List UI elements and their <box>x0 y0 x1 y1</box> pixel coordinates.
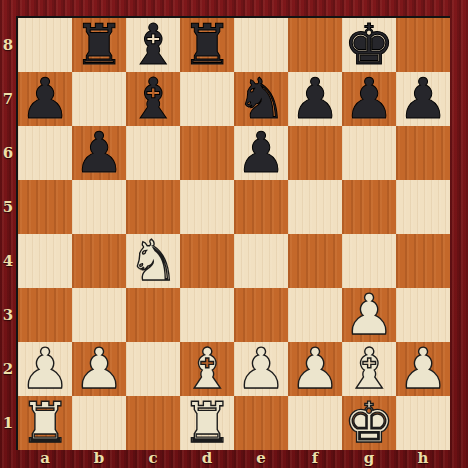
square-e8[interactable] <box>234 18 288 72</box>
square-d6[interactable] <box>180 126 234 180</box>
square-c7[interactable]: ♝ <box>126 72 180 126</box>
rank-label-8: 8 <box>0 18 16 72</box>
chess-board: ♜♝♜♚♟♝♞♟♟♟♟♟♞♟♟♟♝♟♟♝♟♜♜♚ <box>16 16 450 450</box>
piece-white-knight-c4[interactable]: ♞ <box>126 234 180 288</box>
piece-black-bishop-c7[interactable]: ♝ <box>126 72 180 126</box>
square-b2[interactable]: ♟ <box>72 342 126 396</box>
square-f2[interactable]: ♟ <box>288 342 342 396</box>
file-label-d: d <box>180 450 234 468</box>
file-label-e: e <box>234 450 288 468</box>
piece-black-rook-b8[interactable]: ♜ <box>72 18 126 72</box>
piece-white-rook-a1[interactable]: ♜ <box>18 396 72 450</box>
square-d1[interactable]: ♜ <box>180 396 234 450</box>
square-g4[interactable] <box>342 234 396 288</box>
square-h4[interactable] <box>396 234 450 288</box>
square-a4[interactable] <box>18 234 72 288</box>
piece-white-pawn-a2[interactable]: ♟ <box>18 342 72 396</box>
piece-white-rook-d1[interactable]: ♜ <box>180 396 234 450</box>
square-a8[interactable] <box>18 18 72 72</box>
piece-white-pawn-e2[interactable]: ♟ <box>234 342 288 396</box>
square-e3[interactable] <box>234 288 288 342</box>
rank-label-3: 3 <box>0 288 16 342</box>
rank-label-6: 6 <box>0 126 16 180</box>
piece-black-bishop-c8[interactable]: ♝ <box>126 18 180 72</box>
square-h6[interactable] <box>396 126 450 180</box>
square-c6[interactable] <box>126 126 180 180</box>
square-e2[interactable]: ♟ <box>234 342 288 396</box>
square-e6[interactable]: ♟ <box>234 126 288 180</box>
square-b4[interactable] <box>72 234 126 288</box>
file-label-c: c <box>126 450 180 468</box>
square-d4[interactable] <box>180 234 234 288</box>
piece-white-pawn-h2[interactable]: ♟ <box>396 342 450 396</box>
piece-white-king-g1[interactable]: ♚ <box>342 396 396 450</box>
square-e1[interactable] <box>234 396 288 450</box>
square-g2[interactable]: ♝ <box>342 342 396 396</box>
piece-white-bishop-g2[interactable]: ♝ <box>342 342 396 396</box>
square-g1[interactable]: ♚ <box>342 396 396 450</box>
square-h3[interactable] <box>396 288 450 342</box>
square-f5[interactable] <box>288 180 342 234</box>
piece-black-king-g8[interactable]: ♚ <box>342 18 396 72</box>
file-label-f: f <box>288 450 342 468</box>
square-h7[interactable]: ♟ <box>396 72 450 126</box>
piece-white-pawn-f2[interactable]: ♟ <box>288 342 342 396</box>
square-f7[interactable]: ♟ <box>288 72 342 126</box>
piece-black-pawn-h7[interactable]: ♟ <box>396 72 450 126</box>
piece-black-pawn-e6[interactable]: ♟ <box>234 126 288 180</box>
file-label-h: h <box>396 450 450 468</box>
piece-black-pawn-f7[interactable]: ♟ <box>288 72 342 126</box>
piece-white-pawn-b2[interactable]: ♟ <box>72 342 126 396</box>
square-f3[interactable] <box>288 288 342 342</box>
square-e5[interactable] <box>234 180 288 234</box>
piece-black-knight-e7[interactable]: ♞ <box>234 72 288 126</box>
square-a6[interactable] <box>18 126 72 180</box>
square-a7[interactable]: ♟ <box>18 72 72 126</box>
square-c3[interactable] <box>126 288 180 342</box>
square-c8[interactable]: ♝ <box>126 18 180 72</box>
square-d2[interactable]: ♝ <box>180 342 234 396</box>
piece-white-bishop-d2[interactable]: ♝ <box>180 342 234 396</box>
square-c2[interactable] <box>126 342 180 396</box>
square-b8[interactable]: ♜ <box>72 18 126 72</box>
rank-label-7: 7 <box>0 72 16 126</box>
square-h8[interactable] <box>396 18 450 72</box>
square-b7[interactable] <box>72 72 126 126</box>
square-d3[interactable] <box>180 288 234 342</box>
rank-label-2: 2 <box>0 342 16 396</box>
square-a2[interactable]: ♟ <box>18 342 72 396</box>
square-c1[interactable] <box>126 396 180 450</box>
square-e7[interactable]: ♞ <box>234 72 288 126</box>
square-a1[interactable]: ♜ <box>18 396 72 450</box>
square-b1[interactable] <box>72 396 126 450</box>
piece-black-pawn-a7[interactable]: ♟ <box>18 72 72 126</box>
square-e4[interactable] <box>234 234 288 288</box>
file-label-a: a <box>18 450 72 468</box>
square-c4[interactable]: ♞ <box>126 234 180 288</box>
square-d7[interactable] <box>180 72 234 126</box>
square-g5[interactable] <box>342 180 396 234</box>
square-b6[interactable]: ♟ <box>72 126 126 180</box>
piece-black-rook-d8[interactable]: ♜ <box>180 18 234 72</box>
rank-label-4: 4 <box>0 234 16 288</box>
rank-label-1: 1 <box>0 396 16 450</box>
square-h1[interactable] <box>396 396 450 450</box>
file-label-b: b <box>72 450 126 468</box>
square-g7[interactable]: ♟ <box>342 72 396 126</box>
square-f1[interactable] <box>288 396 342 450</box>
square-d5[interactable] <box>180 180 234 234</box>
rank-label-5: 5 <box>0 180 16 234</box>
square-b3[interactable] <box>72 288 126 342</box>
piece-black-pawn-b6[interactable]: ♟ <box>72 126 126 180</box>
square-g6[interactable] <box>342 126 396 180</box>
board-frame: ♜♝♜♚♟♝♞♟♟♟♟♟♞♟♟♟♝♟♟♝♟♜♜♚ 87654321 abcdef… <box>0 0 468 468</box>
square-f6[interactable] <box>288 126 342 180</box>
square-a3[interactable] <box>18 288 72 342</box>
square-g8[interactable]: ♚ <box>342 18 396 72</box>
square-h5[interactable] <box>396 180 450 234</box>
piece-black-pawn-g7[interactable]: ♟ <box>342 72 396 126</box>
square-d8[interactable]: ♜ <box>180 18 234 72</box>
square-f8[interactable] <box>288 18 342 72</box>
square-a5[interactable] <box>18 180 72 234</box>
square-f4[interactable] <box>288 234 342 288</box>
piece-white-pawn-g3[interactable]: ♟ <box>342 288 396 342</box>
square-b5[interactable] <box>72 180 126 234</box>
square-h2[interactable]: ♟ <box>396 342 450 396</box>
file-label-g: g <box>342 450 396 468</box>
square-g3[interactable]: ♟ <box>342 288 396 342</box>
square-c5[interactable] <box>126 180 180 234</box>
